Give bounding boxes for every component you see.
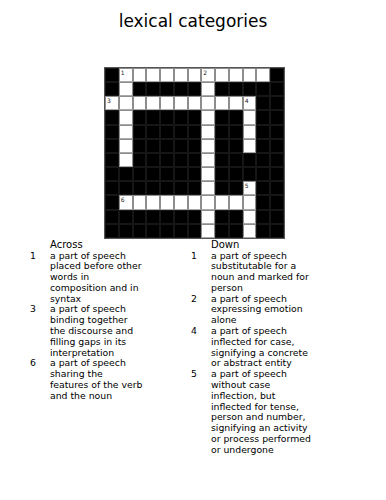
cell-r3c7-white[interactable] [188,96,202,110]
cell-r10c8-white[interactable] [201,195,215,209]
cell-r5c7-black [188,125,202,139]
cell-r3c4-white[interactable] [146,96,160,110]
cell-r12c10-black [229,224,243,238]
cell-r5c3-black [133,125,147,139]
cell-r10c12-black [256,195,270,209]
cell-number-4: 4 [245,97,249,104]
cell-r7c11-black [243,153,257,167]
down-clue-1-number: 1 [191,251,211,262]
cell-r12c13-black [270,224,284,238]
cell-r7c5-black [160,153,174,167]
cell-r8c5-black [160,167,174,181]
cell-r3c3-white[interactable] [133,96,147,110]
cell-r12c5-black [160,224,174,238]
down-clue-1[interactable]: 1a part of speech substitutable for a no… [191,251,323,294]
cell-r11c12-black [256,210,270,224]
cell-r2c8-white[interactable] [201,82,215,96]
cell-r10c4-white[interactable] [146,195,160,209]
across-clue-6-number: 6 [30,358,50,369]
cell-r4c4-black [146,110,160,124]
cell-r8c2-black [119,167,133,181]
cell-r7c3-black [133,153,147,167]
cell-r9c13-black [270,181,284,195]
cell-r8c12-black [256,167,270,181]
cell-r10c11-white[interactable] [243,195,257,209]
cell-r11c9-black [215,210,229,224]
cell-r4c6-black [174,110,188,124]
cell-number-6: 6 [121,196,125,203]
across-clue-3-text: a part of speech binding together the di… [50,304,160,358]
cell-r8c3-black [133,167,147,181]
cell-r11c6-black [174,210,188,224]
cell-r2c1-black [105,82,119,96]
cell-r4c1-black [105,110,119,124]
puzzle-title: lexical categories [0,11,386,31]
cell-r5c9-black [215,125,229,139]
cell-r3c11-white[interactable]: 4 [243,96,257,110]
cell-r9c1-black [105,181,119,195]
cell-r1c10-white[interactable] [229,68,243,82]
cell-r11c11-white[interactable] [243,210,257,224]
cell-r11c5-black [160,210,174,224]
cell-r1c8-white[interactable]: 2 [201,68,215,82]
cell-r4c7-black [188,110,202,124]
down-clue-5-number: 5 [191,369,211,380]
cell-number-2: 2 [203,69,207,76]
down-clue-5[interactable]: 5a part of speech without case inflectio… [191,369,323,455]
cell-r9c4-black [146,181,160,195]
cell-r6c13-black [270,139,284,153]
cell-r4c8-white[interactable] [201,110,215,124]
cell-r7c10-black [229,153,243,167]
cell-r8c8-white[interactable] [201,167,215,181]
across-clue-3-number: 3 [30,304,50,315]
cell-r6c4-black [146,139,160,153]
cell-r10c1-black [105,195,119,209]
down-clue-4[interactable]: 4a part of speech inflected for case, si… [191,326,323,369]
cell-r11c1-black [105,210,119,224]
cell-r4c2-white[interactable] [119,110,133,124]
cell-r2c10-black [229,82,243,96]
cell-r1c13-black [270,68,284,82]
down-clue-2[interactable]: 2a part of speech expressing emotion alo… [191,294,323,326]
cell-r4c12-black [256,110,270,124]
down-clue-5-text: a part of speech without case inflection… [211,369,323,455]
cell-r2c4-black [146,82,160,96]
cell-r12c11-white[interactable] [243,224,257,238]
cell-r12c6-black [174,224,188,238]
down-clue-1-text: a part of speech substitutable for a nou… [211,251,323,294]
cell-r1c4-white[interactable] [146,68,160,82]
cell-r7c7-black [188,153,202,167]
down-header: Down [211,239,323,251]
cell-r2c7-black [188,82,202,96]
across-clue-1-text: a part of speech placed before other wor… [50,251,160,305]
cell-r12c3-black [133,224,147,238]
cell-r10c6-white[interactable] [174,195,188,209]
cell-r12c1-black [105,224,119,238]
cell-r10c5-white[interactable] [160,195,174,209]
cell-r1c3-white[interactable] [133,68,147,82]
across-clues-column: Across 1a part of speech placed before o… [30,239,160,402]
cell-r7c12-black [256,153,270,167]
cell-r6c6-black [174,139,188,153]
cell-r8c1-black [105,167,119,181]
cell-r2c13-black [270,82,284,96]
cell-r8c13-black [270,167,284,181]
across-clue-1[interactable]: 1a part of speech placed before other wo… [30,251,160,305]
cell-r6c1-black [105,139,119,153]
cell-r8c4-black [146,167,160,181]
cell-r2c2-white[interactable] [119,82,133,96]
cell-r12c2-black [119,224,133,238]
cell-r3c1-white[interactable]: 3 [105,96,119,110]
cell-r5c11-white[interactable] [243,125,257,139]
cell-r9c3-black [133,181,147,195]
cell-r11c13-black [270,210,284,224]
down-clues-column: Down 1a part of speech substitutable for… [191,239,323,456]
cell-r10c13-black [270,195,284,209]
cell-r5c1-black [105,125,119,139]
down-clues-list: 1a part of speech substitutable for a no… [191,251,323,456]
cell-r11c4-black [146,210,160,224]
cell-r10c9-white[interactable] [215,195,229,209]
cell-number-5: 5 [245,182,249,189]
cell-r1c1-black [105,68,119,82]
cell-r3c5-white[interactable] [160,96,174,110]
cell-r6c8-white[interactable] [201,139,215,153]
cell-r11c8-white[interactable] [201,210,215,224]
cell-r11c7-black [188,210,202,224]
cell-r1c2-white[interactable]: 1 [119,68,133,82]
cell-r4c10-black [229,110,243,124]
cell-r7c2-white[interactable] [119,153,133,167]
cell-r2c12-black [256,82,270,96]
cell-r11c3-black [133,210,147,224]
cell-r10c3-white[interactable] [133,195,147,209]
cell-r6c3-black [133,139,147,153]
cell-r3c10-white[interactable] [229,96,243,110]
cell-r2c3-black [133,82,147,96]
cell-r2c11-black [243,82,257,96]
cell-r6c11-white[interactable] [243,139,257,153]
cell-r4c13-black [270,110,284,124]
cell-r5c12-black [256,125,270,139]
cell-r4c3-black [133,110,147,124]
cell-r9c8-white[interactable] [201,181,215,195]
across-clue-3[interactable]: 3a part of speech binding together the d… [30,304,160,358]
cell-r3c2-white[interactable] [119,96,133,110]
cell-r1c7-white[interactable] [188,68,202,82]
cell-r9c6-black [174,181,188,195]
cell-r1c5-white[interactable] [160,68,174,82]
cell-r6c9-black [215,139,229,153]
cell-r6c10-black [229,139,243,153]
cell-r12c12-black [256,224,270,238]
cell-r9c2-black [119,181,133,195]
cell-number-1: 1 [121,69,125,76]
cell-r3c12-black [256,96,270,110]
cell-r5c13-black [270,125,284,139]
across-clues-list: 1a part of speech placed before other wo… [30,251,160,402]
cell-r3c6-white[interactable] [174,96,188,110]
cell-r5c10-black [229,125,243,139]
cell-r11c2-black [119,210,133,224]
cell-r6c2-white[interactable] [119,139,133,153]
down-clue-2-text: a part of speech expressing emotion alon… [211,294,323,326]
down-clue-4-number: 4 [191,326,211,337]
cell-r8c10-black [229,167,243,181]
cell-r5c8-white[interactable] [201,125,215,139]
cell-r5c6-black [174,125,188,139]
cell-r12c4-black [146,224,160,238]
cell-r8c7-black [188,167,202,181]
cell-r2c9-black [215,82,229,96]
cell-r9c5-black [160,181,174,195]
cell-r12c7-black [188,224,202,238]
crossword-board: 123456 [104,67,285,239]
cell-r9c9-black [215,181,229,195]
cell-r6c7-black [188,139,202,153]
cell-r5c2-white[interactable] [119,125,133,139]
cell-r7c1-black [105,153,119,167]
cell-r12c8-white[interactable] [201,224,215,238]
cell-r5c5-black [160,125,174,139]
cell-r9c7-black [188,181,202,195]
cell-r6c5-black [160,139,174,153]
cell-r3c8-white[interactable] [201,96,215,110]
cell-r8c9-black [215,167,229,181]
cell-r4c5-black [160,110,174,124]
across-clue-6-text: a part of speech sharing the features of… [50,358,160,401]
cell-r4c11-white[interactable] [243,110,257,124]
cell-r9c11-white[interactable]: 5 [243,181,257,195]
cell-r4c9-black [215,110,229,124]
cell-r3c9-white[interactable] [215,96,229,110]
cell-r9c10-black [229,181,243,195]
down-clue-4-text: a part of speech inflected for case, sig… [211,326,323,369]
cell-r1c6-white[interactable] [174,68,188,82]
cell-r1c9-white[interactable] [215,68,229,82]
cell-r3c13-black [270,96,284,110]
cell-r12c9-black [215,224,229,238]
cell-r2c6-black [174,82,188,96]
cell-r10c10-white[interactable] [229,195,243,209]
cell-r8c6-black [174,167,188,181]
across-clue-6[interactable]: 6a part of speech sharing the features o… [30,358,160,401]
cell-r9c12-black [256,181,270,195]
cell-r7c6-black [174,153,188,167]
cell-r5c4-black [146,125,160,139]
cell-r1c12-white[interactable] [256,68,270,82]
cell-r1c11-white[interactable] [243,68,257,82]
cell-r7c9-black [215,153,229,167]
down-clue-2-number: 2 [191,294,211,305]
across-clue-1-number: 1 [30,251,50,262]
cell-r7c8-white[interactable] [201,153,215,167]
cell-r11c10-black [229,210,243,224]
cell-r10c2-white[interactable]: 6 [119,195,133,209]
across-header: Across [50,239,160,251]
cell-r2c5-black [160,82,174,96]
cell-r6c12-black [256,139,270,153]
cell-number-3: 3 [107,97,111,104]
cell-r10c7-white[interactable] [188,195,202,209]
cell-r7c13-black [270,153,284,167]
cell-r8c11-black [243,167,257,181]
cell-r7c4-black [146,153,160,167]
